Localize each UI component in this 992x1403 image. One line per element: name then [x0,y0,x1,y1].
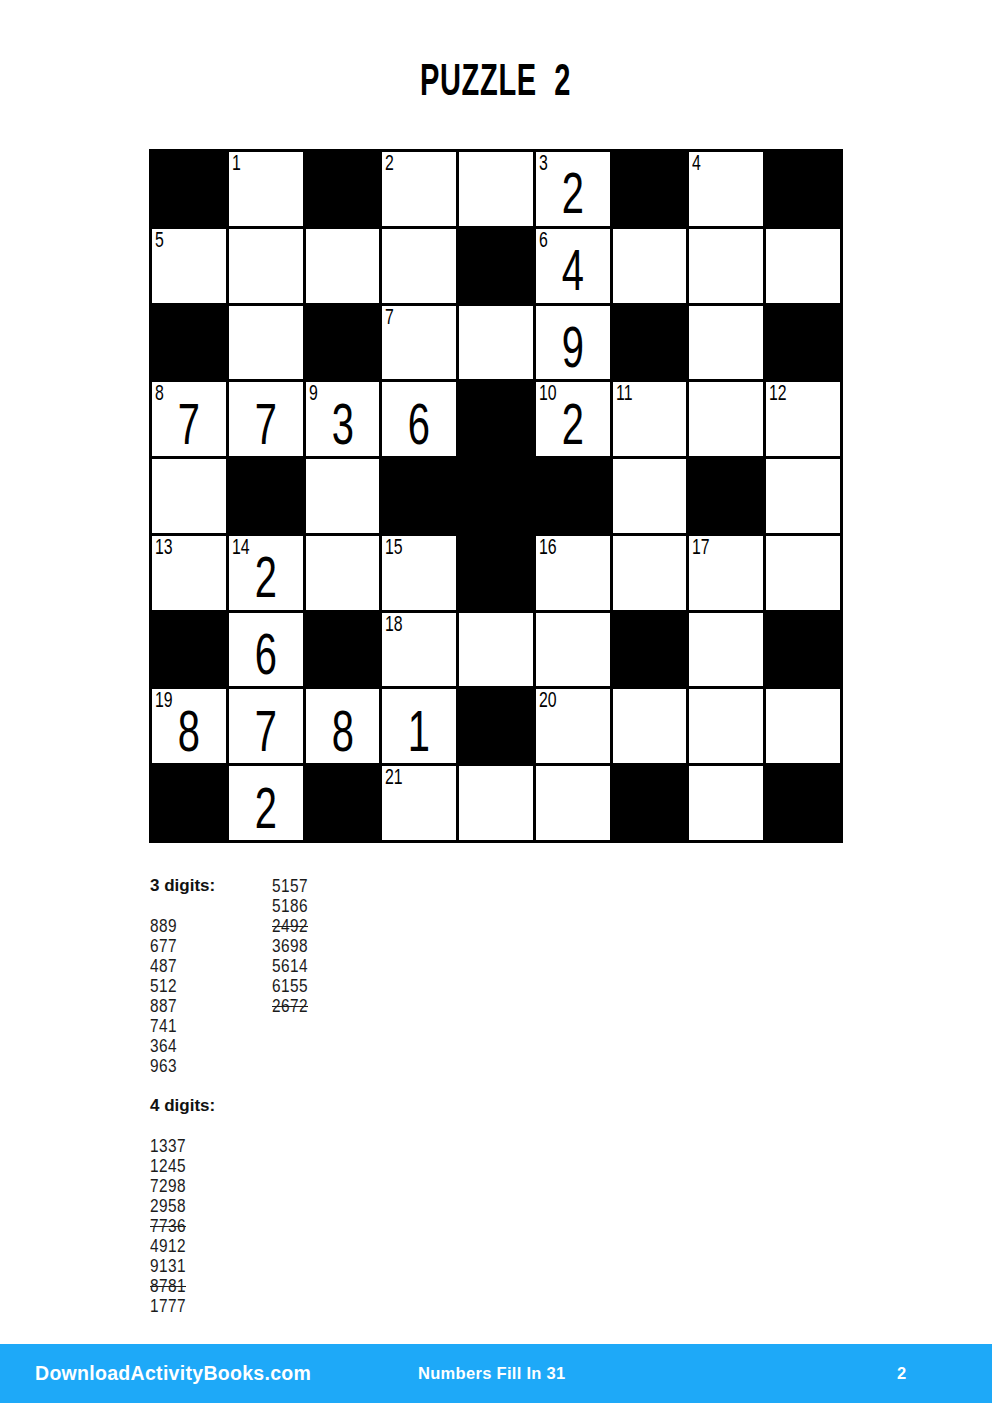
grid-cell[interactable] [689,689,763,763]
grid-cell[interactable] [689,382,763,456]
clue-number: 17 [692,535,710,559]
grid-cell[interactable]: 9 [536,306,610,380]
black-cell [382,459,456,533]
grid-cell[interactable]: 198 [152,689,226,763]
grid-cell[interactable]: 87 [152,382,226,456]
black-cell [766,306,840,380]
grid-cell[interactable] [766,689,840,763]
grid-cell[interactable]: 4 [689,152,763,226]
number-lists-column-1: 3 digits: 889677487512887741364963 4 dig… [150,876,272,1336]
cell-digit: 3 [317,382,369,456]
clue-number: 15 [385,535,403,559]
cell-digit: 7 [163,382,215,456]
three-digits-header: 3 digits: [150,876,272,896]
clue-list-number: 677 [150,936,257,956]
black-cell [306,766,380,840]
grid-cell[interactable]: 6 [229,613,303,687]
cell-digit: 7 [240,382,292,456]
grid-cell[interactable]: 5 [152,229,226,303]
grid-cell[interactable] [459,766,533,840]
grid-cell[interactable]: 1 [382,689,456,763]
black-cell [306,152,380,226]
clue-number: 16 [539,535,557,559]
grid-cell[interactable] [689,613,763,687]
grid-cell[interactable]: 1 [229,152,303,226]
clue-list-number: 2958 [150,1196,257,1216]
black-cell [152,766,226,840]
clue-list-number: 5614 [272,956,308,976]
black-cell [152,306,226,380]
three-digits-list: 889677487512887741364963 [150,916,272,1076]
grid-cell[interactable]: 142 [229,536,303,610]
footer-site-link[interactable]: DownloadActivityBooks.com [35,1344,311,1403]
grid-cell[interactable]: 2 [229,766,303,840]
clue-list-number: 9131 [150,1256,257,1276]
clue-list-number: 3698 [272,936,308,956]
grid-cell[interactable]: 64 [536,229,610,303]
black-cell [536,459,610,533]
grid-cell[interactable] [152,459,226,533]
black-cell [152,152,226,226]
cell-digit: 2 [240,536,292,610]
grid-cell[interactable] [306,536,380,610]
black-cell [229,459,303,533]
clue-number: 4 [692,151,701,175]
black-cell [306,613,380,687]
grid-cell[interactable] [689,306,763,380]
footer-page-number: 2 [897,1344,906,1403]
footer-book-title: Numbers Fill In 31 [418,1344,566,1403]
grid-cell[interactable]: 18 [382,613,456,687]
clue-list-number: 741 [150,1016,257,1036]
grid-cell[interactable]: 2 [382,152,456,226]
black-cell [766,613,840,687]
clue-list-number: 1777 [150,1296,257,1316]
grid-cell[interactable] [459,152,533,226]
black-cell [459,382,533,456]
clue-list-number: 2492 [272,916,308,936]
grid-cell[interactable] [689,766,763,840]
clue-list-number: 7298 [150,1176,257,1196]
clue-number: 7 [385,305,394,329]
grid-cell[interactable]: 21 [382,766,456,840]
cell-digit: 9 [547,306,599,380]
cell-digit: 1 [393,689,445,763]
clue-list-number: 889 [150,916,257,936]
grid-cell[interactable] [689,229,763,303]
grid-cell[interactable]: 6 [382,382,456,456]
grid-cell[interactable] [613,229,687,303]
grid-cell[interactable]: 93 [306,382,380,456]
four-digits-list: 133712457298295877364912913187811777 [150,1136,272,1316]
clue-number: 9 [309,381,318,405]
black-cell [766,152,840,226]
number-lists-column-2: 5157518624923698561461552672 [272,876,313,1036]
black-cell [459,536,533,610]
grid-cell[interactable]: 16 [536,536,610,610]
grid-cell[interactable] [766,229,840,303]
grid-cell[interactable]: 20 [536,689,610,763]
clue-list-number: 963 [150,1056,257,1076]
clue-list-number: 1245 [150,1156,257,1176]
cell-digit: 2 [240,766,292,840]
clue-list-number: 1337 [150,1136,257,1156]
black-cell [766,766,840,840]
clue-number: 20 [539,688,557,712]
clue-list-number: 887 [150,996,257,1016]
cell-digit: 6 [240,613,292,687]
grid-cell[interactable] [459,306,533,380]
page-title: PUZZLE 2 [0,58,992,102]
black-cell [306,306,380,380]
black-cell [459,459,533,533]
grid-cell[interactable] [459,613,533,687]
grid-cell[interactable] [536,766,610,840]
grid-cell[interactable] [306,459,380,533]
cell-digit: 2 [547,382,599,456]
grid-cell[interactable] [229,229,303,303]
grid-cell[interactable] [613,459,687,533]
clue-list-number: 5186 [272,896,308,916]
black-cell [459,229,533,303]
black-cell [613,613,687,687]
clue-number: 5 [155,228,164,252]
black-cell [152,613,226,687]
grid-cell[interactable]: 17 [689,536,763,610]
grid-cell[interactable]: 12 [766,382,840,456]
grid-cell[interactable] [613,536,687,610]
clue-list-number: 7736 [150,1216,257,1236]
clue-number: 13 [155,535,173,559]
black-cell [613,306,687,380]
grid-cell[interactable]: 32 [536,152,610,226]
grid-cell[interactable]: 15 [382,536,456,610]
cell-digit: 4 [547,229,599,303]
page-title-text: PUZZLE 2 [420,58,571,102]
grid-cell[interactable] [766,536,840,610]
black-cell [459,689,533,763]
clue-list-number: 2672 [272,996,308,1016]
four-digits-header: 4 digits: [150,1096,272,1116]
grid-cell[interactable]: 13 [152,536,226,610]
clue-number: 11 [616,381,632,405]
grid-cell[interactable] [613,689,687,763]
grid-cell[interactable]: 7 [229,689,303,763]
black-cell [613,152,687,226]
grid-cell[interactable]: 7 [382,306,456,380]
clue-list-number: 364 [150,1036,257,1056]
footer-bar: DownloadActivityBooks.com Numbers Fill I… [0,1344,992,1403]
grid-cell[interactable]: 11 [613,382,687,456]
grid-cell[interactable] [536,613,610,687]
cell-digit: 8 [163,689,215,763]
puzzle-grid: 1232456479877936102111213142151617618198… [149,149,843,843]
four-digits-list-continued: 5157518624923698561461552672 [272,876,313,1016]
clue-list-number: 5157 [272,876,308,896]
grid-cell[interactable] [382,229,456,303]
clue-number: 2 [385,151,394,175]
clue-list-number: 512 [150,976,257,996]
clue-list-number: 8781 [150,1276,257,1296]
clue-number: 1 [232,151,241,175]
black-cell [689,459,763,533]
clue-list-number: 6155 [272,976,308,996]
clue-list-number: 4912 [150,1236,257,1256]
clue-number: 21 [385,765,403,789]
cell-digit: 7 [240,689,292,763]
cell-digit: 6 [393,382,445,456]
grid-cell[interactable] [306,229,380,303]
clue-number: 18 [385,612,403,636]
cell-digit: 8 [317,689,369,763]
grid-cell[interactable]: 102 [536,382,610,456]
black-cell [613,766,687,840]
grid-cell[interactable] [229,306,303,380]
clue-number: 12 [769,381,787,405]
grid-cell[interactable]: 7 [229,382,303,456]
clue-list-number: 487 [150,956,257,976]
cell-digit: 2 [547,152,599,226]
grid-cell[interactable] [766,459,840,533]
grid-cell[interactable]: 8 [306,689,380,763]
